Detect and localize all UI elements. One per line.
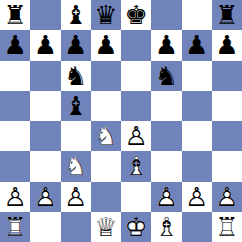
square-h3[interactable] (212, 151, 242, 181)
square-b8[interactable] (30, 0, 60, 30)
square-d1[interactable]: ♛♕ (91, 212, 121, 242)
square-f6[interactable]: ♞ (151, 61, 181, 91)
white-pawn-e4[interactable]: ♙ (121, 121, 151, 151)
black-queen-d8[interactable]: ♛ (91, 0, 121, 30)
square-h7[interactable]: ♟ (212, 30, 242, 60)
square-a4[interactable] (0, 121, 30, 151)
square-g4[interactable] (182, 121, 212, 151)
black-bishop-c5[interactable]: ♝ (61, 91, 91, 121)
white-knight-c3[interactable]: ♘ (61, 151, 91, 181)
white-bishop-e3[interactable]: ♗ (121, 151, 151, 181)
square-a7[interactable]: ♟ (0, 30, 30, 60)
square-g6[interactable] (182, 61, 212, 91)
square-b5[interactable] (30, 91, 60, 121)
square-h8[interactable]: ♜ (212, 0, 242, 30)
square-g2[interactable]: ♟♙ (182, 182, 212, 212)
black-pawn-a7[interactable]: ♟ (0, 30, 30, 60)
white-bishop-f1[interactable]: ♗ (151, 212, 181, 242)
square-c3[interactable]: ♞♘ (61, 151, 91, 181)
square-g5[interactable] (182, 91, 212, 121)
square-d6[interactable] (91, 61, 121, 91)
square-a2[interactable]: ♟♙ (0, 182, 30, 212)
white-pawn-c2[interactable]: ♙ (61, 182, 91, 212)
square-c5[interactable]: ♝ (61, 91, 91, 121)
white-rook-a1[interactable]: ♖ (0, 212, 30, 242)
square-c8[interactable]: ♝ (61, 0, 91, 30)
square-b2[interactable]: ♟♙ (30, 182, 60, 212)
square-d4[interactable]: ♞♘ (91, 121, 121, 151)
square-e8[interactable]: ♚ (121, 0, 151, 30)
square-a1[interactable]: ♜♖ (0, 212, 30, 242)
black-king-e8[interactable]: ♚ (121, 0, 151, 30)
square-b3[interactable] (30, 151, 60, 181)
square-e1[interactable]: ♚♔ (121, 212, 151, 242)
square-b6[interactable] (30, 61, 60, 91)
square-e4[interactable]: ♟♙ (121, 121, 151, 151)
square-c4[interactable] (61, 121, 91, 151)
square-c6[interactable]: ♞ (61, 61, 91, 91)
white-pawn-h2[interactable]: ♙ (212, 182, 242, 212)
white-rook-h1[interactable]: ♖ (212, 212, 242, 242)
black-knight-f6[interactable]: ♞ (151, 61, 181, 91)
square-e2[interactable] (121, 182, 151, 212)
square-g8[interactable] (182, 0, 212, 30)
square-f3[interactable] (151, 151, 181, 181)
square-g3[interactable] (182, 151, 212, 181)
black-pawn-h7[interactable]: ♟ (212, 30, 242, 60)
square-f4[interactable] (151, 121, 181, 151)
white-knight-d4[interactable]: ♘ (91, 121, 121, 151)
square-d5[interactable] (91, 91, 121, 121)
white-pawn-a2[interactable]: ♙ (0, 182, 30, 212)
square-c1[interactable] (61, 212, 91, 242)
white-pawn-b2[interactable]: ♙ (30, 182, 60, 212)
square-f5[interactable] (151, 91, 181, 121)
black-rook-a8[interactable]: ♜ (0, 0, 30, 30)
square-b1[interactable] (30, 212, 60, 242)
white-pawn-g2[interactable]: ♙ (182, 182, 212, 212)
black-pawn-b7[interactable]: ♟ (30, 30, 60, 60)
square-e3[interactable]: ♝♗ (121, 151, 151, 181)
black-rook-h8[interactable]: ♜ (212, 0, 242, 30)
square-f1[interactable]: ♝♗ (151, 212, 181, 242)
square-h4[interactable] (212, 121, 242, 151)
black-pawn-c7[interactable]: ♟ (61, 30, 91, 60)
square-a5[interactable] (0, 91, 30, 121)
square-e7[interactable] (121, 30, 151, 60)
square-a3[interactable] (0, 151, 30, 181)
square-e5[interactable] (121, 91, 151, 121)
square-d3[interactable] (91, 151, 121, 181)
square-b4[interactable] (30, 121, 60, 151)
square-h5[interactable] (212, 91, 242, 121)
square-h1[interactable]: ♜♖ (212, 212, 242, 242)
black-pawn-f7[interactable]: ♟ (151, 30, 181, 60)
white-king-e1[interactable]: ♔ (121, 212, 151, 242)
square-d7[interactable]: ♟ (91, 30, 121, 60)
black-bishop-c8[interactable]: ♝ (61, 0, 91, 30)
square-b7[interactable]: ♟ (30, 30, 60, 60)
square-f8[interactable] (151, 0, 181, 30)
square-f7[interactable]: ♟ (151, 30, 181, 60)
white-queen-d1[interactable]: ♕ (91, 212, 121, 242)
white-pawn-f2[interactable]: ♙ (151, 182, 181, 212)
square-c7[interactable]: ♟ (61, 30, 91, 60)
square-c2[interactable]: ♟♙ (61, 182, 91, 212)
square-e6[interactable] (121, 61, 151, 91)
square-d8[interactable]: ♛ (91, 0, 121, 30)
chess-board: ♜♝♛♚♜♟♟♟♟♟♟♟♞♞♝♞♘♟♙♞♘♝♗♟♙♟♙♟♙♟♙♟♙♟♙♜♖♛♕♚… (0, 0, 242, 242)
square-g7[interactable]: ♟ (182, 30, 212, 60)
square-a6[interactable] (0, 61, 30, 91)
black-knight-c6[interactable]: ♞ (61, 61, 91, 91)
square-h2[interactable]: ♟♙ (212, 182, 242, 212)
black-pawn-g7[interactable]: ♟ (182, 30, 212, 60)
square-d2[interactable] (91, 182, 121, 212)
square-a8[interactable]: ♜ (0, 0, 30, 30)
square-f2[interactable]: ♟♙ (151, 182, 181, 212)
black-pawn-d7[interactable]: ♟ (91, 30, 121, 60)
square-h6[interactable] (212, 61, 242, 91)
square-g1[interactable] (182, 212, 212, 242)
